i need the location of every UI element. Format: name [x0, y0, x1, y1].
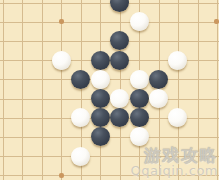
- board-intersection[interactable]: [207, 12, 219, 31]
- board-intersection[interactable]: [110, 146, 129, 165]
- board-intersection[interactable]: [32, 50, 51, 69]
- black-stone: [91, 51, 110, 70]
- board-intersection[interactable]: [13, 89, 32, 108]
- board-intersection[interactable]: [91, 127, 110, 146]
- board-intersection[interactable]: [207, 50, 219, 69]
- board-intersection[interactable]: [110, 0, 129, 12]
- watermark-title: 游戏攻略: [144, 147, 218, 164]
- board-intersection[interactable]: [91, 70, 110, 89]
- board-intersection[interactable]: [168, 89, 187, 108]
- board-intersection[interactable]: [168, 108, 187, 127]
- board-intersection[interactable]: [0, 12, 13, 31]
- watermark-site: Qqaiqin.com: [130, 164, 218, 177]
- board-intersection[interactable]: [110, 166, 129, 180]
- board-intersection[interactable]: [52, 146, 71, 165]
- board-intersection[interactable]: [188, 12, 207, 31]
- board-intersection[interactable]: [71, 127, 90, 146]
- white-stone: [168, 51, 187, 70]
- board-intersection[interactable]: [149, 127, 168, 146]
- board-intersection[interactable]: [32, 146, 51, 165]
- board-intersection[interactable]: [207, 127, 219, 146]
- board-intersection[interactable]: [32, 166, 51, 180]
- board-intersection[interactable]: [91, 0, 110, 12]
- board-intersection[interactable]: [52, 127, 71, 146]
- board-intersection[interactable]: [149, 50, 168, 69]
- board-intersection[interactable]: [13, 0, 32, 12]
- board-intersection[interactable]: [149, 0, 168, 12]
- star-point: [214, 19, 219, 24]
- board-intersection[interactable]: [188, 0, 207, 12]
- board-intersection[interactable]: [52, 108, 71, 127]
- board-intersection[interactable]: [0, 166, 13, 180]
- board-intersection[interactable]: [32, 127, 51, 146]
- board-intersection[interactable]: [32, 89, 51, 108]
- board-intersection[interactable]: [13, 166, 32, 180]
- black-stone: [91, 127, 110, 146]
- board-intersection[interactable]: [52, 166, 71, 180]
- black-stone: [110, 0, 129, 12]
- black-stone: [91, 108, 110, 127]
- board-intersection[interactable]: [168, 0, 187, 12]
- board-intersection[interactable]: [168, 50, 187, 69]
- black-stone: [110, 51, 129, 70]
- board-intersection[interactable]: [110, 70, 129, 89]
- board-intersection[interactable]: [91, 166, 110, 180]
- board-intersection[interactable]: [149, 12, 168, 31]
- board-intersection[interactable]: [32, 12, 51, 31]
- black-stone: [110, 108, 129, 127]
- board-intersection[interactable]: [0, 31, 13, 50]
- board-intersection[interactable]: [71, 166, 90, 180]
- board-intersection[interactable]: [207, 0, 219, 12]
- white-stone: [91, 70, 110, 89]
- board-intersection[interactable]: [13, 146, 32, 165]
- white-stone: [71, 108, 90, 127]
- white-stone: [71, 147, 90, 166]
- board-intersection[interactable]: [207, 70, 219, 89]
- board-intersection[interactable]: [188, 70, 207, 89]
- board-intersection[interactable]: [71, 89, 90, 108]
- board-intersection[interactable]: [110, 108, 129, 127]
- black-stone: [130, 89, 149, 108]
- board-intersection[interactable]: [129, 0, 148, 12]
- white-stone: [130, 12, 149, 31]
- board-intersection[interactable]: [71, 146, 90, 165]
- board-intersection[interactable]: [13, 31, 32, 50]
- black-stone: [130, 108, 149, 127]
- board-intersection[interactable]: [129, 12, 148, 31]
- board-intersection[interactable]: [188, 127, 207, 146]
- board-intersection[interactable]: [110, 89, 129, 108]
- board-intersection[interactable]: [129, 31, 148, 50]
- board-intersection[interactable]: [188, 89, 207, 108]
- board-intersection[interactable]: [91, 108, 110, 127]
- board-intersection[interactable]: [52, 31, 71, 50]
- board-intersection[interactable]: [110, 12, 129, 31]
- board-intersection[interactable]: [91, 12, 110, 31]
- board-intersection[interactable]: [71, 31, 90, 50]
- board-intersection[interactable]: [207, 89, 219, 108]
- star-point: [59, 173, 64, 178]
- white-stone: [110, 89, 129, 108]
- board-intersection[interactable]: [71, 0, 90, 12]
- gomoku-board[interactable]: 游戏攻略 Qqaiqin.com: [0, 0, 219, 180]
- board-intersection[interactable]: [188, 31, 207, 50]
- white-stone: [52, 51, 71, 70]
- board-intersection[interactable]: [207, 108, 219, 127]
- board-intersection[interactable]: [129, 50, 148, 69]
- board-intersection[interactable]: [149, 108, 168, 127]
- board-intersection[interactable]: [110, 31, 129, 50]
- white-stone: [130, 127, 149, 146]
- white-stone: [130, 70, 149, 89]
- board-intersection[interactable]: [149, 89, 168, 108]
- board-intersection[interactable]: [129, 70, 148, 89]
- board-intersection[interactable]: [149, 31, 168, 50]
- board-intersection[interactable]: [168, 127, 187, 146]
- board-intersection[interactable]: [110, 50, 129, 69]
- board-intersection[interactable]: [0, 70, 13, 89]
- board-intersection[interactable]: [13, 70, 32, 89]
- board-intersection[interactable]: [91, 50, 110, 69]
- board-intersection[interactable]: [91, 89, 110, 108]
- board-intersection[interactable]: [129, 89, 148, 108]
- board-intersection[interactable]: [52, 0, 71, 12]
- board-intersection[interactable]: [0, 146, 13, 165]
- board-intersection[interactable]: [32, 108, 51, 127]
- board-intersection[interactable]: [207, 31, 219, 50]
- board-intersection[interactable]: [0, 0, 13, 12]
- board-intersection[interactable]: [168, 31, 187, 50]
- board-intersection[interactable]: [91, 31, 110, 50]
- board-intersection[interactable]: [129, 127, 148, 146]
- black-stone: [71, 70, 90, 89]
- board-intersection[interactable]: [52, 50, 71, 69]
- board-intersection[interactable]: [129, 108, 148, 127]
- board-intersection[interactable]: [91, 146, 110, 165]
- board-intersection[interactable]: [71, 12, 90, 31]
- black-stone: [110, 31, 129, 50]
- black-stone: [91, 89, 110, 108]
- star-point: [59, 19, 64, 24]
- white-stone: [168, 108, 187, 127]
- board-intersection[interactable]: [71, 70, 90, 89]
- board-intersection[interactable]: [32, 70, 51, 89]
- board-intersection[interactable]: [52, 89, 71, 108]
- board-intersection[interactable]: [13, 50, 32, 69]
- board-intersection[interactable]: [0, 50, 13, 69]
- board-intersection[interactable]: [0, 89, 13, 108]
- board-intersection[interactable]: [188, 50, 207, 69]
- board-intersection[interactable]: [188, 108, 207, 127]
- white-stone: [149, 89, 168, 108]
- board-intersection[interactable]: [52, 70, 71, 89]
- board-intersection[interactable]: [52, 12, 71, 31]
- board-intersection[interactable]: [0, 108, 13, 127]
- board-intersection[interactable]: [13, 12, 32, 31]
- board-intersection[interactable]: [32, 0, 51, 12]
- board-intersection[interactable]: [71, 108, 90, 127]
- board-intersection[interactable]: [0, 127, 13, 146]
- black-stone: [149, 70, 168, 89]
- board-intersection[interactable]: [168, 70, 187, 89]
- board-intersection[interactable]: [149, 70, 168, 89]
- board-intersection[interactable]: [13, 108, 32, 127]
- board-intersection[interactable]: [32, 31, 51, 50]
- board-intersection[interactable]: [110, 127, 129, 146]
- board-intersection[interactable]: [13, 127, 32, 146]
- board-intersection[interactable]: [168, 12, 187, 31]
- board-intersection[interactable]: [71, 50, 90, 69]
